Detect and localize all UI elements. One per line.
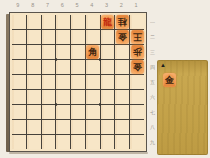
rank-label: 六 (148, 89, 157, 104)
board-square[interactable] (101, 45, 115, 59)
shogi-piece-file1-rank4[interactable]: 金 (131, 60, 144, 74)
shogi-board: 龍桂金王歩金角 (9, 12, 147, 152)
board-square[interactable] (101, 60, 115, 74)
board-square[interactable] (86, 120, 100, 134)
board-square[interactable] (56, 135, 70, 149)
rank-label: 九 (148, 134, 157, 149)
board-square[interactable] (101, 90, 115, 104)
piece-kanji: 金 (163, 73, 176, 87)
board-square[interactable] (12, 120, 26, 134)
board-square[interactable] (42, 90, 56, 104)
board-square[interactable] (27, 90, 41, 104)
board-square[interactable] (130, 135, 144, 149)
board-square[interactable] (56, 60, 70, 74)
rank-labels: 一二三四五六七八九 (148, 14, 157, 149)
board-square[interactable] (130, 75, 144, 89)
board-square[interactable] (115, 135, 129, 149)
board-square[interactable] (130, 15, 144, 29)
board-square[interactable] (71, 30, 85, 44)
board-square[interactable] (12, 135, 26, 149)
board-square[interactable] (56, 90, 70, 104)
board-square[interactable] (130, 90, 144, 104)
board-square[interactable] (101, 105, 115, 119)
board-square[interactable] (27, 120, 41, 134)
board-square[interactable] (27, 75, 41, 89)
board-square[interactable] (12, 60, 26, 74)
board-square[interactable] (12, 45, 26, 59)
board-square[interactable] (12, 90, 26, 104)
board-square[interactable] (86, 90, 100, 104)
board-square[interactable] (27, 30, 41, 44)
piece-kanji: 桂 (116, 15, 129, 29)
board-square[interactable] (71, 75, 85, 89)
board-square[interactable] (27, 60, 41, 74)
shogi-piece-file1-rank3[interactable]: 歩 (131, 45, 144, 59)
file-label: 5 (70, 1, 84, 9)
file-label: 6 (55, 1, 69, 9)
board-square[interactable] (71, 105, 85, 119)
rank-label: 八 (148, 119, 157, 134)
board-square[interactable] (115, 45, 129, 59)
board-square[interactable] (56, 105, 70, 119)
file-label: 3 (100, 1, 114, 9)
piece-kanji: 王 (131, 30, 144, 44)
board-square[interactable] (115, 60, 129, 74)
board-square[interactable] (101, 135, 115, 149)
board-square[interactable] (42, 45, 56, 59)
file-label: 1 (129, 1, 143, 9)
board-square[interactable] (56, 45, 70, 59)
board-square[interactable] (71, 120, 85, 134)
board-square[interactable] (86, 105, 100, 119)
board-square[interactable] (71, 45, 85, 59)
file-label: 9 (11, 1, 25, 9)
rank-label: 二 (148, 29, 157, 44)
board-square[interactable] (115, 90, 129, 104)
board-square[interactable] (71, 90, 85, 104)
board-square[interactable] (71, 15, 85, 29)
piece-kanji: 角 (86, 45, 99, 59)
board-square[interactable] (56, 30, 70, 44)
board-square[interactable] (42, 60, 56, 74)
sente-marker-icon: ▲ (160, 62, 166, 69)
rank-label: 七 (148, 104, 157, 119)
board-square[interactable] (42, 75, 56, 89)
board-square[interactable] (27, 135, 41, 149)
board-square[interactable] (42, 30, 56, 44)
board-square[interactable] (12, 75, 26, 89)
board-square[interactable] (86, 135, 100, 149)
board-square[interactable] (71, 135, 85, 149)
board-square[interactable] (101, 30, 115, 44)
board-square[interactable] (27, 45, 41, 59)
rank-label: 五 (148, 74, 157, 89)
file-labels: 987654321 (11, 1, 144, 9)
file-label: 8 (26, 1, 40, 9)
board-square[interactable] (130, 120, 144, 134)
shogi-piece-file3-rank1[interactable]: 龍 (101, 15, 114, 29)
board-square[interactable] (27, 105, 41, 119)
board-square[interactable] (12, 105, 26, 119)
sente-komadai: ▲ 金 (157, 60, 208, 155)
board-square[interactable] (115, 105, 129, 119)
rank-label: 三 (148, 44, 157, 59)
board-square[interactable] (42, 15, 56, 29)
board-square[interactable] (101, 120, 115, 134)
piece-kanji: 龍 (101, 15, 114, 29)
board-square[interactable] (71, 60, 85, 74)
board-square[interactable] (101, 75, 115, 89)
board-square[interactable] (115, 75, 129, 89)
piece-kanji: 金 (131, 60, 144, 74)
file-label: 4 (85, 1, 99, 9)
board-square[interactable] (86, 75, 100, 89)
board-square[interactable] (130, 105, 144, 119)
board-square[interactable] (12, 15, 26, 29)
piece-kanji: 歩 (131, 45, 144, 59)
piece-kanji: 金 (116, 30, 129, 44)
rank-label: 一 (148, 14, 157, 29)
board-square[interactable] (27, 15, 41, 29)
board-square[interactable] (86, 60, 100, 74)
shogi-piece-file2-rank2[interactable]: 金 (116, 30, 129, 44)
shogi-piece-file1-rank2[interactable]: 王 (131, 30, 144, 44)
board-square[interactable] (42, 120, 56, 134)
board-square[interactable] (86, 30, 100, 44)
shogi-piece-in-hand-1[interactable]: 金 (163, 73, 176, 87)
shogi-piece-file4-rank3[interactable]: 角 (86, 45, 99, 59)
shogi-piece-file2-rank1[interactable]: 桂 (116, 15, 129, 29)
board-square[interactable] (56, 15, 70, 29)
board-square[interactable] (115, 120, 129, 134)
file-label: 2 (114, 1, 128, 9)
board-square[interactable] (56, 120, 70, 134)
file-label: 7 (41, 1, 55, 9)
board-square[interactable] (56, 75, 70, 89)
board-square[interactable] (42, 105, 56, 119)
board-square[interactable] (12, 30, 26, 44)
board-square[interactable] (86, 15, 100, 29)
rank-label: 四 (148, 59, 157, 74)
shogi-diagram: 987654321 一二三四五六七八九 龍桂金王歩金角 ▲ 金 (0, 0, 210, 158)
board-square[interactable] (42, 135, 56, 149)
